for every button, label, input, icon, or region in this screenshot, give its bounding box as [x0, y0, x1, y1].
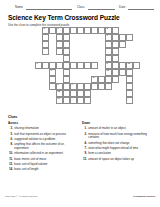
grid-cell-r3c3[interactable]	[56, 48, 63, 55]
grid-cell-r1c1[interactable]	[42, 34, 49, 41]
grid-cell-r0c7[interactable]	[84, 27, 91, 34]
grid-cell-r3c10[interactable]	[105, 48, 112, 55]
clue-number-6: 6	[36, 63, 37, 65]
clue-number-label: 1.	[82, 127, 87, 131]
grid-cell-r2c3[interactable]	[56, 41, 63, 48]
grid-cell-r0c4[interactable]	[63, 27, 70, 34]
clue-text: basic metric unit of mass	[14, 158, 78, 162]
clue-number-5: 5	[106, 63, 107, 65]
grid-cell-r8c5[interactable]: 9	[70, 83, 77, 90]
clue-number-10: 10	[106, 70, 109, 72]
down-clue-1: 1.amount of matter in an object	[82, 127, 154, 131]
footer-series-name: Crossword Puzzles	[133, 195, 155, 198]
grid-cell-r6c11[interactable]	[112, 69, 119, 76]
grid-cell-r0c10[interactable]: 2	[105, 27, 112, 34]
clue-text: amount of matter in an object	[88, 127, 154, 131]
clue-number-12: 12	[57, 91, 60, 93]
worksheet-page: Name Class Date Science Key Term Crosswo…	[0, 0, 160, 207]
grid-cell-r5c7[interactable]	[84, 62, 91, 69]
clue-text: sharing information	[14, 127, 78, 131]
grid-cell-r5c5[interactable]	[70, 62, 77, 69]
grid-cell-r10c13[interactable]	[126, 97, 133, 104]
page-title: Science Key Term Crossword Puzzle	[8, 14, 120, 21]
clue-number-label: 3.	[8, 127, 13, 131]
grid-cell-r5c1[interactable]	[42, 62, 49, 69]
clue-number-label: 13.	[82, 158, 87, 162]
grid-cell-r9c5[interactable]	[70, 90, 77, 97]
clue-number-label: 12.	[8, 163, 13, 167]
grid-cell-r7c10[interactable]	[105, 76, 112, 83]
across-clue-list: 3.sharing information5.tool that represe…	[8, 127, 78, 171]
clue-text: measure of how much heat energy somethin…	[88, 133, 154, 140]
grid-cell-r10c4[interactable]	[63, 97, 70, 104]
grid-cell-r8c13[interactable]	[126, 83, 133, 90]
across-clue-6: 6.suggested solution to a problem	[8, 138, 78, 142]
footer-copyright: Copyright © All rights reserved.	[5, 195, 38, 198]
down-clue-13: 13.amount of space an object takes up	[82, 158, 154, 162]
grid-cell-r7c4[interactable]	[63, 76, 70, 83]
grid-cell-r6c4[interactable]	[63, 69, 70, 76]
grid-cell-r8c10[interactable]	[105, 83, 112, 90]
clue-number-label: 14.	[8, 168, 13, 172]
across-clue-12: 12.basic unit of liquid volume	[8, 163, 78, 167]
grid-cell-r4c10[interactable]	[105, 55, 112, 62]
grid-cell-r3c1[interactable]	[42, 48, 49, 55]
grid-cell-r6c12[interactable]	[119, 69, 126, 76]
grid-cell-r5c3[interactable]	[56, 62, 63, 69]
name-label: Name	[15, 5, 23, 9]
clue-text: basic unit of length	[14, 168, 78, 172]
grid-cell-r10c6[interactable]	[77, 97, 84, 104]
clue-text: state what might happen ahead of time	[88, 147, 154, 151]
grid-cell-r2c10[interactable]	[105, 41, 112, 48]
down-clue-7: 7.state what might happen ahead of time	[82, 147, 154, 151]
across-clues-column: Across 3.sharing information5.tool that …	[8, 122, 78, 173]
clue-text: amount of space an object takes up	[88, 158, 154, 162]
grid-cell-r9c6[interactable]	[77, 90, 84, 97]
clue-number-label: 9.	[82, 152, 87, 156]
clue-number-label: 5.	[8, 133, 13, 137]
grid-cell-r5c10[interactable]: 5	[105, 62, 112, 69]
grid-cell-r10c3[interactable]: 14	[56, 97, 63, 104]
grid-cell-r0c8[interactable]	[91, 27, 98, 34]
grid-cell-r6c10[interactable]: 10	[105, 69, 112, 76]
clue-number-1: 1	[57, 28, 58, 30]
grid-cell-r5c14[interactable]	[133, 62, 140, 69]
down-heading: Down	[82, 122, 154, 126]
down-clue-9: 9.form a conclusion	[82, 152, 154, 156]
clue-number-label: 8.	[8, 143, 13, 150]
grid-cell-r9c7[interactable]	[84, 90, 91, 97]
grid-cell-r6c2[interactable]: 7	[49, 69, 56, 76]
grid-cell-r5c12[interactable]	[119, 62, 126, 69]
grid-cell-r9c4[interactable]	[63, 90, 70, 97]
clue-number-7: 7	[50, 70, 51, 72]
grid-cell-r7c2[interactable]	[49, 76, 56, 83]
grid-cell-r0c6[interactable]	[77, 27, 84, 34]
grid-cell-r1c11[interactable]	[112, 34, 119, 41]
header-row: Name Class Date	[15, 5, 154, 11]
across-clue-3: 3.sharing information	[8, 127, 78, 131]
grid-cell-r3c4[interactable]	[63, 48, 70, 55]
date-label: Date	[119, 5, 125, 9]
grid-cell-r0c3[interactable]: 1	[56, 27, 63, 34]
across-clue-5: 5.tool that represents an object or proc…	[8, 133, 78, 137]
clue-text: suggested solution to a problem	[14, 138, 78, 142]
clue-number-2: 2	[106, 28, 107, 30]
grid-cell-r7c9[interactable]	[98, 76, 105, 83]
grid-cell-r10c7[interactable]	[84, 97, 91, 104]
grid-cell-r3c11[interactable]	[112, 48, 119, 55]
grid-cell-r4c4[interactable]	[63, 55, 70, 62]
down-clue-4: 4.something that does not change	[82, 142, 154, 146]
clue-number-label: 11.	[8, 158, 13, 162]
grid-cell-r0c9[interactable]	[98, 27, 105, 34]
date-field-line[interactable]	[128, 9, 154, 10]
grid-cell-r5c6[interactable]	[77, 62, 84, 69]
grid-cell-r5c2[interactable]	[49, 62, 56, 69]
clue-text: something that does not change	[88, 142, 154, 146]
grid-cell-r1c13[interactable]	[126, 34, 133, 41]
grid-cell-r8c4[interactable]	[63, 83, 70, 90]
grid-cell-r0c1[interactable]: 3	[42, 27, 49, 34]
down-clues-column: Down 1.amount of matter in an object2.me…	[82, 122, 154, 163]
clue-number-label: 4.	[82, 142, 87, 146]
class-label: Class	[77, 5, 85, 9]
clue-text: information collected in an experiment	[14, 152, 78, 156]
clue-number-3: 3	[43, 28, 44, 30]
clue-number-8: 8	[57, 84, 58, 86]
grid-cell-r9c3[interactable]: 12	[56, 90, 63, 97]
down-clue-list: 1.amount of matter in an object2.measure…	[82, 127, 154, 161]
clue-number-9: 9	[71, 84, 72, 86]
clue-number-13: 13	[127, 63, 130, 65]
grid-cell-r1c12[interactable]	[119, 34, 126, 41]
clue-text: basic unit of liquid volume	[14, 163, 78, 167]
clue-text: anything that affects the outcome of an …	[14, 143, 78, 150]
grid-cell-r1c3[interactable]	[56, 34, 63, 41]
grid-cell-r7c11[interactable]	[112, 76, 119, 83]
grid-cell-r10c5[interactable]	[70, 97, 77, 104]
grid-cell-r8c8[interactable]	[91, 83, 98, 90]
grid-cell-r4c11[interactable]	[112, 55, 119, 62]
grid-cell-r6c13[interactable]	[126, 69, 133, 76]
grid-cell-r8c9[interactable]	[98, 83, 105, 90]
across-clue-8: 8.anything that affects the outcome of a…	[8, 143, 78, 150]
grid-cell-r7c8[interactable]: 11	[91, 76, 98, 83]
grid-cell-r2c1[interactable]	[42, 41, 49, 48]
clue-number-label: 10.	[8, 152, 13, 156]
grid-cell-r7c13[interactable]	[126, 76, 133, 83]
across-clue-14: 14.basic unit of length	[8, 168, 78, 172]
clue-text: tool that represents an object or proces…	[14, 133, 78, 137]
grid-cell-r5c8[interactable]	[91, 62, 98, 69]
grid-cell-r0c11[interactable]	[112, 27, 119, 34]
grid-cell-r5c4[interactable]	[63, 62, 70, 69]
clue-number-label: 2.	[82, 133, 87, 140]
clue-number-11: 11	[92, 77, 94, 79]
clues-heading: Clues	[8, 115, 17, 119]
grid-cell-r0c5[interactable]	[70, 27, 77, 34]
clue-number-label: 6.	[8, 138, 13, 142]
instructions-text: Use the clues to complete the crossword …	[8, 23, 70, 27]
grid-cell-r5c13[interactable]: 13	[126, 62, 133, 69]
grid-cell-r8c7[interactable]	[84, 83, 91, 90]
down-clue-2: 2.measure of how much heat energy someth…	[82, 133, 154, 140]
grid-cell-r9c13[interactable]	[126, 90, 133, 97]
across-clue-10: 10.information collected in an experimen…	[8, 152, 78, 156]
grid-cell-r5c0[interactable]: 6	[35, 62, 42, 69]
across-clue-11: 11.basic metric unit of mass	[8, 158, 78, 162]
grid-cell-r2c4[interactable]	[63, 41, 70, 48]
grid-cell-r0c2[interactable]	[49, 27, 56, 34]
crossword-grid: 3124651371011891214	[35, 27, 155, 105]
grid-cell-r2c12[interactable]	[119, 41, 126, 48]
grid-cell-r1c10[interactable]: 4	[105, 34, 112, 41]
grid-cell-r8c6[interactable]	[77, 83, 84, 90]
grid-cell-r5c11[interactable]	[112, 62, 119, 69]
clue-number-14: 14	[57, 98, 60, 100]
grid-cell-r8c3[interactable]: 8	[56, 83, 63, 90]
grid-cell-r2c11[interactable]	[112, 41, 119, 48]
clue-text: form a conclusion	[88, 152, 154, 156]
name-field-line[interactable]	[26, 9, 72, 10]
clue-number-label: 7.	[82, 147, 87, 151]
grid-cell-r1c4[interactable]	[63, 34, 70, 41]
across-heading: Across	[8, 122, 78, 126]
class-field-line[interactable]	[88, 9, 115, 10]
grid-cell-r8c2[interactable]	[49, 83, 56, 90]
clue-number-4: 4	[106, 35, 107, 37]
